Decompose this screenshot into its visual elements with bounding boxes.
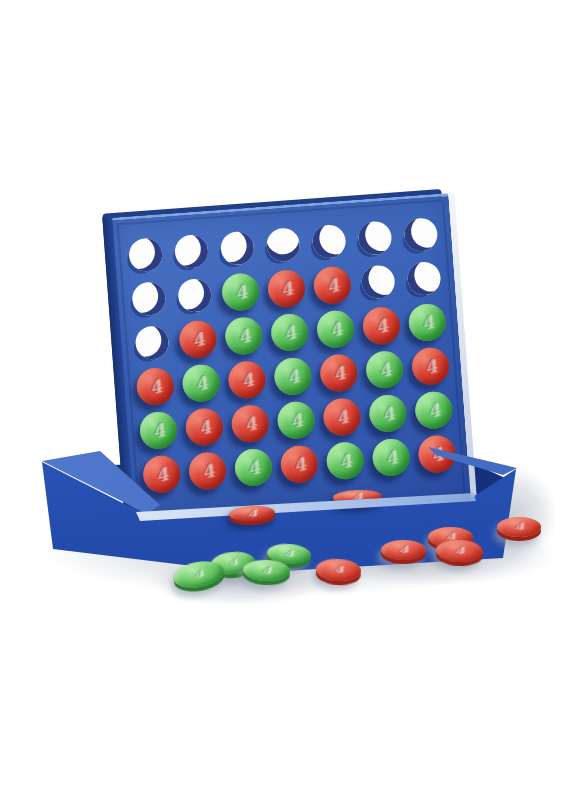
- disc-emboss: 4: [132, 363, 178, 409]
- red-disc[interactable]: 4: [187, 451, 227, 491]
- red-disc[interactable]: 4: [312, 265, 352, 305]
- empty-hole: [357, 220, 392, 255]
- board-cell-r4c5[interactable]: 4: [314, 349, 363, 396]
- board-cell-r4c6[interactable]: 4: [360, 346, 409, 393]
- disc-emboss: 4: [217, 269, 263, 315]
- red-disc[interactable]: 4: [318, 353, 358, 393]
- empty-hole: [311, 223, 346, 258]
- board-cell-r1c4[interactable]: [258, 221, 307, 268]
- disc-emboss: 4: [309, 262, 355, 308]
- disc-emboss: 4: [269, 353, 315, 399]
- green-disc[interactable]: 4: [407, 302, 447, 342]
- green-disc[interactable]: 4: [273, 356, 313, 396]
- disc-emboss: 4: [319, 394, 365, 440]
- board-cell-r6c5[interactable]: 4: [320, 437, 369, 484]
- red-disc[interactable]: 4: [322, 397, 362, 437]
- empty-hole: [219, 230, 254, 265]
- disc-emboss: 4: [407, 343, 453, 389]
- board-cell-r3c2[interactable]: 4: [173, 315, 222, 362]
- board-cell-r5c5[interactable]: 4: [317, 393, 366, 440]
- board-cell-r3c5[interactable]: 4: [310, 305, 359, 352]
- disc-emboss: 4: [138, 451, 184, 497]
- red-disc[interactable]: 4: [135, 366, 175, 406]
- board-cell-r4c7[interactable]: 4: [405, 342, 454, 389]
- empty-hole: [127, 237, 162, 272]
- board-cell-r6c3[interactable]: 4: [228, 443, 277, 490]
- red-disc[interactable]: 4: [279, 444, 319, 484]
- green-disc[interactable]: 4: [364, 349, 404, 389]
- board-cell-r2c7[interactable]: [399, 254, 448, 301]
- disc-emboss: 4: [178, 360, 224, 406]
- board-cell-r5c1[interactable]: 4: [133, 406, 182, 453]
- product-photo-scene: 444444444444444444444444444444 444444444…: [0, 0, 587, 800]
- disc-emboss: 4: [358, 302, 404, 348]
- board-cell-r4c2[interactable]: 4: [176, 359, 225, 406]
- red-disc[interactable]: 4: [266, 268, 306, 308]
- connect-four-board: 444444444444444444444444444444: [111, 193, 470, 522]
- board-cell-r4c3[interactable]: 4: [222, 356, 271, 403]
- disc-emboss: 4: [230, 444, 276, 490]
- green-disc[interactable]: 4: [276, 400, 316, 440]
- board-cell-r5c2[interactable]: 4: [179, 403, 228, 450]
- red-disc[interactable]: 4: [361, 306, 401, 346]
- board-cell-r2c1[interactable]: [124, 275, 173, 322]
- board-cell-r6c2[interactable]: 4: [182, 447, 231, 494]
- red-disc[interactable]: 4: [184, 407, 224, 447]
- green-disc[interactable]: 4: [233, 447, 273, 487]
- board-cell-r4c4[interactable]: 4: [268, 352, 317, 399]
- board-cell-r5c6[interactable]: 4: [363, 389, 412, 436]
- disc-emboss: 4: [174, 316, 220, 362]
- board-cell-r3c1[interactable]: [127, 319, 176, 366]
- empty-hole: [176, 277, 211, 312]
- green-disc[interactable]: 4: [220, 272, 260, 312]
- red-disc[interactable]: 4: [178, 319, 218, 359]
- red-disc[interactable]: 4: [141, 454, 181, 494]
- board-cell-r2c5[interactable]: 4: [307, 261, 356, 308]
- disc-emboss: 4: [312, 306, 358, 352]
- board-cell-r5c4[interactable]: 4: [271, 396, 320, 443]
- board-grid: 444444444444444444444444444444: [121, 211, 461, 498]
- green-disc[interactable]: 4: [223, 316, 263, 356]
- empty-hole: [406, 260, 441, 295]
- empty-hole: [134, 325, 169, 360]
- green-disc[interactable]: 4: [315, 309, 355, 349]
- disc-emboss: 4: [364, 390, 410, 436]
- green-disc[interactable]: 4: [368, 393, 408, 433]
- disc-emboss: 4: [220, 313, 266, 359]
- empty-hole: [403, 217, 438, 252]
- disc-emboss: 4: [404, 299, 450, 345]
- green-disc[interactable]: 4: [325, 441, 365, 481]
- green-disc[interactable]: 4: [413, 390, 453, 430]
- board-cell-r2c3[interactable]: 4: [215, 268, 264, 315]
- disc-emboss: 4: [410, 387, 456, 433]
- board-cell-r4c1[interactable]: 4: [130, 362, 179, 409]
- empty-hole: [131, 281, 166, 316]
- disc-emboss: 4: [227, 400, 273, 446]
- board-cell-r1c1[interactable]: [121, 231, 170, 278]
- disc-emboss: 4: [368, 434, 414, 480]
- disc-emboss: 4: [273, 397, 319, 443]
- board-cell-r3c4[interactable]: 4: [265, 308, 314, 355]
- red-disc[interactable]: 4: [410, 346, 450, 386]
- red-disc[interactable]: 4: [230, 403, 270, 443]
- green-disc[interactable]: 4: [371, 437, 411, 477]
- green-disc[interactable]: 4: [181, 363, 221, 403]
- board-cell-r5c7[interactable]: 4: [409, 386, 458, 433]
- empty-hole: [265, 227, 300, 262]
- board-cell-r3c6[interactable]: 4: [356, 302, 405, 349]
- disc-emboss: 4: [322, 437, 368, 483]
- empty-hole: [173, 233, 208, 268]
- board-cell-r6c1[interactable]: 4: [137, 450, 186, 497]
- board-cell-r6c4[interactable]: 4: [274, 440, 323, 487]
- empty-hole: [360, 264, 395, 299]
- board-cell-r1c5[interactable]: [304, 217, 353, 264]
- disc-emboss: 4: [263, 265, 309, 311]
- board-cell-r5c3[interactable]: 4: [225, 400, 274, 447]
- board-cell-r6c6[interactable]: 4: [366, 433, 415, 480]
- disc-emboss: 4: [315, 350, 361, 396]
- board-cell-r1c7[interactable]: [396, 211, 445, 258]
- board-cell-r3c3[interactable]: 4: [219, 312, 268, 359]
- board-cell-r1c2[interactable]: [166, 227, 215, 274]
- red-disc[interactable]: 4: [227, 360, 267, 400]
- board-cell-r2c4[interactable]: 4: [261, 265, 310, 312]
- board-cell-r1c6[interactable]: [350, 214, 399, 261]
- disc-emboss: 4: [184, 448, 230, 494]
- green-disc[interactable]: 4: [269, 312, 309, 352]
- disc-emboss: 4: [224, 356, 270, 402]
- board-cell-r2c2[interactable]: [170, 271, 219, 318]
- board-cell-r2c6[interactable]: [353, 258, 402, 305]
- disc-emboss: 4: [266, 309, 312, 355]
- disc-emboss: 4: [181, 404, 227, 450]
- disc-emboss: 4: [135, 407, 181, 453]
- disc-emboss: 4: [276, 441, 322, 487]
- board-cell-r1c3[interactable]: [212, 224, 261, 271]
- disc-emboss: 4: [361, 346, 407, 392]
- board-cell-r3c7[interactable]: 4: [402, 298, 451, 345]
- green-disc[interactable]: 4: [138, 410, 178, 450]
